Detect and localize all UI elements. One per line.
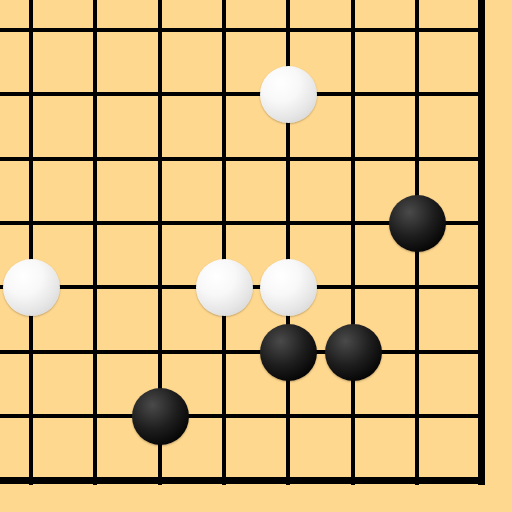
white-stone — [196, 259, 253, 316]
grid-line-horizontal — [0, 350, 485, 354]
black-stone — [389, 195, 446, 252]
grid-line-vertical — [93, 0, 97, 485]
white-stone — [3, 259, 60, 316]
board-edge-right — [478, 0, 485, 485]
go-board[interactable] — [0, 0, 512, 512]
grid-line-vertical — [29, 0, 33, 485]
grid-line-horizontal — [0, 157, 485, 161]
grid-line-horizontal — [0, 28, 485, 32]
grid-line-horizontal — [0, 92, 485, 96]
white-stone — [260, 259, 317, 316]
grid-line-horizontal — [0, 414, 485, 418]
black-stone — [260, 324, 317, 381]
black-stone — [325, 324, 382, 381]
board-edge-bottom — [0, 477, 485, 484]
grid-line-vertical — [222, 0, 226, 485]
grid-line-vertical — [351, 0, 355, 485]
white-stone — [260, 66, 317, 123]
black-stone — [132, 388, 189, 445]
